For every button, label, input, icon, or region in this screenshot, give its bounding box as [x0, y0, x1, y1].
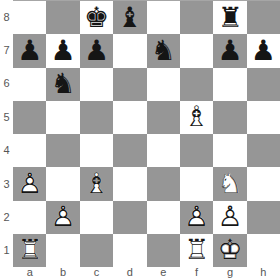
rank-label-1: 1 — [0, 234, 13, 267]
square-c6[interactable] — [80, 68, 113, 101]
square-a6[interactable] — [13, 68, 46, 101]
piece-glyph-solid: ♟︎ — [213, 34, 246, 67]
square-e3[interactable] — [147, 167, 180, 200]
piece-glyph-outline: ♙︎ — [46, 201, 79, 234]
square-a5[interactable] — [13, 101, 46, 134]
square-a4[interactable] — [13, 134, 46, 167]
rank-label-4: 4 — [0, 134, 13, 167]
white-pawn-a3[interactable]: ♟︎♙︎ — [13, 167, 46, 200]
white-bishop-c3[interactable]: ♝︎♗︎ — [80, 167, 113, 200]
piece-glyph-outline: ♙︎ — [213, 201, 246, 234]
square-b7[interactable]: ♟︎ — [46, 34, 79, 67]
square-e7[interactable]: ♞︎ — [147, 34, 180, 67]
square-f5[interactable]: ♝︎♗︎ — [180, 101, 213, 134]
square-g5[interactable] — [213, 101, 246, 134]
square-g1[interactable]: ♚︎♔︎ — [213, 234, 246, 267]
rank-label-7: 7 — [0, 33, 13, 66]
rank-labels: 87654321 — [0, 0, 13, 267]
black-king-c8[interactable]: ♚︎ — [80, 1, 113, 34]
piece-glyph-solid: ♟︎ — [13, 34, 46, 67]
square-g2[interactable]: ♟︎♙︎ — [213, 201, 246, 234]
square-b4[interactable] — [46, 134, 79, 167]
square-f7[interactable] — [180, 34, 213, 67]
square-h5[interactable] — [247, 101, 280, 134]
square-e4[interactable] — [147, 134, 180, 167]
square-d3[interactable] — [113, 167, 146, 200]
square-g4[interactable] — [213, 134, 246, 167]
square-d7[interactable] — [113, 34, 146, 67]
piece-glyph-outline: ♘︎ — [213, 167, 246, 200]
square-e1[interactable] — [147, 234, 180, 267]
square-h7[interactable]: ♟︎ — [247, 34, 280, 67]
rank-label-5: 5 — [0, 100, 13, 133]
black-knight-b6[interactable]: ♞︎ — [46, 68, 79, 101]
white-rook-a1[interactable]: ♜︎♖︎ — [13, 234, 46, 267]
square-b1[interactable] — [46, 234, 79, 267]
square-h6[interactable] — [247, 68, 280, 101]
piece-glyph-solid: ♚︎ — [80, 1, 113, 34]
rank-label-8: 8 — [0, 0, 13, 33]
piece-glyph-solid: ♜︎ — [213, 1, 246, 34]
square-a2[interactable] — [13, 201, 46, 234]
square-b6[interactable]: ♞︎ — [46, 68, 79, 101]
square-f6[interactable] — [180, 68, 213, 101]
square-g6[interactable] — [213, 68, 246, 101]
white-knight-g3[interactable]: ♞︎♘︎ — [213, 167, 246, 200]
square-c8[interactable]: ♚︎ — [80, 1, 113, 34]
black-pawn-g7[interactable]: ♟︎ — [213, 34, 246, 67]
file-label-d: d — [113, 266, 146, 280]
piece-glyph-solid: ♝︎ — [113, 1, 146, 34]
rank-label-3: 3 — [0, 167, 13, 200]
square-d1[interactable] — [113, 234, 146, 267]
square-f4[interactable] — [180, 134, 213, 167]
square-h1[interactable] — [247, 234, 280, 267]
square-f1[interactable]: ♜︎♖︎ — [180, 234, 213, 267]
file-label-e: e — [147, 266, 180, 280]
file-label-a: a — [13, 266, 46, 280]
piece-glyph-outline: ♔︎ — [213, 234, 246, 267]
square-e8[interactable] — [147, 1, 180, 34]
square-e2[interactable] — [147, 201, 180, 234]
square-b3[interactable] — [46, 167, 79, 200]
square-c1[interactable] — [80, 234, 113, 267]
piece-glyph-solid: ♞︎ — [46, 68, 79, 101]
square-h2[interactable] — [247, 201, 280, 234]
black-rook-g8[interactable]: ♜︎ — [213, 1, 246, 34]
square-b8[interactable] — [46, 1, 79, 34]
piece-glyph-solid: ♞︎ — [147, 34, 180, 67]
square-a7[interactable]: ♟︎ — [13, 34, 46, 67]
square-g7[interactable]: ♟︎ — [213, 34, 246, 67]
piece-glyph-outline: ♙︎ — [180, 201, 213, 234]
square-b5[interactable] — [46, 101, 79, 134]
square-a3[interactable]: ♟︎♙︎ — [13, 167, 46, 200]
rank-label-2: 2 — [0, 200, 13, 233]
square-a1[interactable]: ♜︎♖︎ — [13, 234, 46, 267]
square-f3[interactable] — [180, 167, 213, 200]
file-label-h: h — [247, 266, 280, 280]
square-d8[interactable]: ♝︎ — [113, 1, 146, 34]
square-e5[interactable] — [147, 101, 180, 134]
square-c7[interactable]: ♟︎ — [80, 34, 113, 67]
square-c5[interactable] — [80, 101, 113, 134]
piece-glyph-solid: ♟︎ — [46, 34, 79, 67]
black-pawn-h7[interactable]: ♟︎ — [247, 34, 280, 67]
black-pawn-a7[interactable]: ♟︎ — [13, 34, 46, 67]
white-rook-f1[interactable]: ♜︎♖︎ — [180, 234, 213, 267]
file-label-b: b — [46, 266, 79, 280]
piece-glyph-solid: ♟︎ — [80, 34, 113, 67]
square-c3[interactable]: ♝︎♗︎ — [80, 167, 113, 200]
square-f2[interactable]: ♟︎♙︎ — [180, 201, 213, 234]
file-label-f: f — [180, 266, 213, 280]
square-d6[interactable] — [113, 68, 146, 101]
square-b2[interactable]: ♟︎♙︎ — [46, 201, 79, 234]
piece-glyph-outline: ♗︎ — [80, 167, 113, 200]
white-bishop-f5[interactable]: ♝︎♗︎ — [180, 101, 213, 134]
file-labels: abcdefgh — [13, 266, 280, 280]
square-c4[interactable] — [80, 134, 113, 167]
square-f8[interactable] — [180, 1, 213, 34]
square-e6[interactable] — [147, 68, 180, 101]
square-g3[interactable]: ♞︎♘︎ — [213, 167, 246, 200]
piece-glyph-outline: ♙︎ — [13, 167, 46, 200]
square-g8[interactable]: ♜︎ — [213, 1, 246, 34]
black-knight-e7[interactable]: ♞︎ — [147, 34, 180, 67]
square-d4[interactable] — [113, 134, 146, 167]
piece-glyph-outline: ♗︎ — [180, 101, 213, 134]
black-bishop-d8[interactable]: ♝︎ — [113, 1, 146, 34]
rank-label-6: 6 — [0, 67, 13, 100]
piece-glyph-outline: ♖︎ — [180, 234, 213, 267]
file-label-c: c — [80, 266, 113, 280]
square-h3[interactable] — [247, 167, 280, 200]
square-h4[interactable] — [247, 134, 280, 167]
white-pawn-b2[interactable]: ♟︎♙︎ — [46, 201, 79, 234]
white-pawn-g2[interactable]: ♟︎♙︎ — [213, 201, 246, 234]
square-a8[interactable] — [13, 1, 46, 34]
black-pawn-b7[interactable]: ♟︎ — [46, 34, 79, 67]
white-pawn-f2[interactable]: ♟︎♙︎ — [180, 201, 213, 234]
chess-diagram: 87654321 ♚︎♝︎♜︎♟︎♟︎♟︎♞︎♟︎♟︎♞︎♝︎♗︎♟︎♙︎♝︎♗… — [0, 0, 280, 280]
square-d2[interactable] — [113, 201, 146, 234]
white-king-g1[interactable]: ♚︎♔︎ — [213, 234, 246, 267]
square-h8[interactable] — [247, 1, 280, 34]
square-d5[interactable] — [113, 101, 146, 134]
piece-glyph-solid: ♟︎ — [247, 34, 280, 67]
chess-board[interactable]: ♚︎♝︎♜︎♟︎♟︎♟︎♞︎♟︎♟︎♞︎♝︎♗︎♟︎♙︎♝︎♗︎♞︎♘︎♟︎♙︎… — [13, 0, 280, 267]
file-label-g: g — [213, 266, 246, 280]
piece-glyph-outline: ♖︎ — [13, 234, 46, 267]
square-c2[interactable] — [80, 201, 113, 234]
black-pawn-c7[interactable]: ♟︎ — [80, 34, 113, 67]
